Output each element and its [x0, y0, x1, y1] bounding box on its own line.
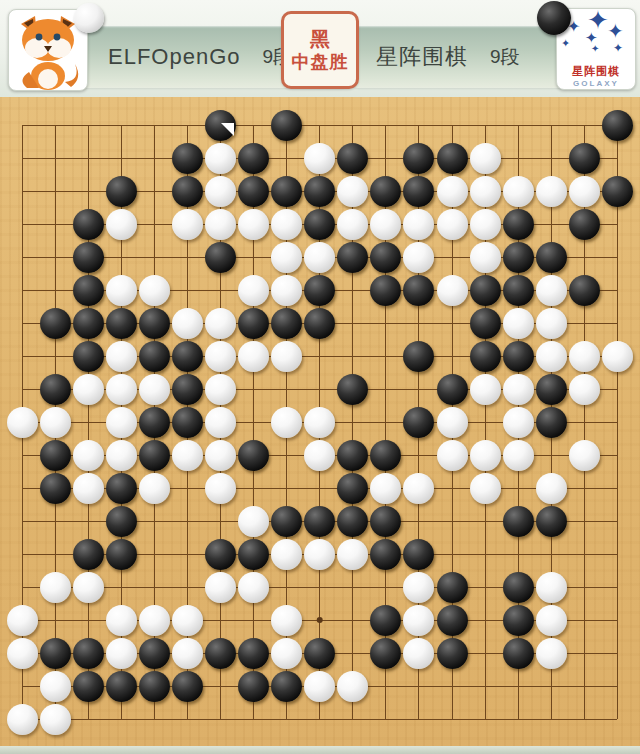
white-stone-c1-r19	[7, 704, 38, 735]
white-stone-c7-r2	[205, 143, 236, 174]
white-stone-c13-r12	[403, 473, 434, 504]
board-bottom-edge	[0, 746, 640, 754]
white-stone-c4-r4	[106, 209, 137, 240]
white-stone-c10-r10	[304, 407, 335, 438]
black-stone-c9-r1	[271, 110, 302, 141]
black-stone-c6-r18	[172, 671, 203, 702]
white-stone-c14-r3	[437, 176, 468, 207]
black-stone-c10-r13	[304, 506, 335, 537]
white-stone-c9-r8	[271, 341, 302, 372]
black-stone-c19-r1	[602, 110, 633, 141]
white-stone-c2-r19	[40, 704, 71, 735]
black-stone-c5-r11	[139, 440, 170, 471]
black-stone-c3-r5	[73, 242, 104, 273]
white-stone-c10-r18	[304, 671, 335, 702]
black-stone-c10-r4	[304, 209, 335, 240]
black-stone-c13-r6	[403, 275, 434, 306]
last-move-triangle-marker	[221, 123, 234, 136]
white-stone-c16-r11	[503, 440, 534, 471]
white-stone-c4-r6	[106, 275, 137, 306]
black-stone-c18-r2	[569, 143, 600, 174]
go-review-screen: ELFOpenGo 9段 星阵围棋 9段	[0, 0, 640, 754]
black-stone-c2-r9	[40, 374, 71, 405]
white-stone-c17-r12	[536, 473, 567, 504]
black-stone-c10-r17	[304, 638, 335, 669]
black-stone-c4-r14	[106, 539, 137, 570]
white-stone-c8-r15	[238, 572, 269, 603]
white-stone-c1-r10	[7, 407, 38, 438]
white-stone-c13-r15	[403, 572, 434, 603]
black-stone-c12-r11	[370, 440, 401, 471]
black-stone-c5-r10	[139, 407, 170, 438]
black-stone-c14-r9	[437, 374, 468, 405]
black-stone-c4-r18	[106, 671, 137, 702]
white-stone-badge	[74, 3, 104, 33]
white-stone-c18-r3	[569, 176, 600, 207]
white-stone-c9-r6	[271, 275, 302, 306]
white-stone-c7-r4	[205, 209, 236, 240]
black-stone-c3-r17	[73, 638, 104, 669]
black-stone-c11-r13	[337, 506, 368, 537]
white-stone-c5-r12	[139, 473, 170, 504]
white-stone-c7-r15	[205, 572, 236, 603]
black-stone-c17-r13	[536, 506, 567, 537]
result-stamp-line2: 中盘胜	[292, 51, 349, 73]
black-stone-c12-r5	[370, 242, 401, 273]
white-stone-c6-r11	[172, 440, 203, 471]
white-stone-c9-r10	[271, 407, 302, 438]
black-stone-c19-r3	[602, 176, 633, 207]
white-stone-c5-r16	[139, 605, 170, 636]
black-stone-c4-r12	[106, 473, 137, 504]
white-stone-c1-r17	[7, 638, 38, 669]
black-stone-c16-r5	[503, 242, 534, 273]
black-stone-c18-r6	[569, 275, 600, 306]
white-stone-c15-r3	[470, 176, 501, 207]
white-stone-c19-r8	[602, 341, 633, 372]
black-stone-c8-r7	[238, 308, 269, 339]
white-stone-c10-r5	[304, 242, 335, 273]
white-stone-c18-r9	[569, 374, 600, 405]
match-header: ELFOpenGo 9段 星阵围棋 9段	[0, 0, 640, 98]
black-stone-c5-r7	[139, 308, 170, 339]
black-stone-c9-r7	[271, 308, 302, 339]
black-stone-c5-r8	[139, 341, 170, 372]
black-stone-c17-r5	[536, 242, 567, 273]
white-stone-c2-r15	[40, 572, 71, 603]
black-stone-c3-r18	[73, 671, 104, 702]
black-stone-c12-r13	[370, 506, 401, 537]
white-stone-c1-r16	[7, 605, 38, 636]
black-stone-c13-r3	[403, 176, 434, 207]
right-player-rank: 9段	[490, 44, 520, 70]
white-stone-c7-r3	[205, 176, 236, 207]
white-stone-c15-r4	[470, 209, 501, 240]
white-stone-c15-r11	[470, 440, 501, 471]
black-stone-c11-r9	[337, 374, 368, 405]
black-stone-c12-r3	[370, 176, 401, 207]
white-stone-c17-r15	[536, 572, 567, 603]
white-stone-c7-r7	[205, 308, 236, 339]
white-stone-c16-r10	[503, 407, 534, 438]
white-stone-c12-r4	[370, 209, 401, 240]
white-stone-c15-r5	[470, 242, 501, 273]
white-stone-c6-r7	[172, 308, 203, 339]
go-board[interactable]	[0, 97, 640, 754]
black-stone-c5-r18	[139, 671, 170, 702]
black-stone-c6-r2	[172, 143, 203, 174]
golaxy-avatar-sublabel: GOLAXY	[557, 79, 635, 88]
white-stone-c10-r11	[304, 440, 335, 471]
black-stone-c8-r11	[238, 440, 269, 471]
white-stone-c14-r4	[437, 209, 468, 240]
white-stone-c9-r14	[271, 539, 302, 570]
black-stone-c16-r16	[503, 605, 534, 636]
white-stone-c15-r12	[470, 473, 501, 504]
black-stone-c5-r17	[139, 638, 170, 669]
black-stone-c14-r15	[437, 572, 468, 603]
white-stone-c8-r8	[238, 341, 269, 372]
white-stone-c4-r8	[106, 341, 137, 372]
white-stone-c7-r11	[205, 440, 236, 471]
black-stone-c4-r3	[106, 176, 137, 207]
white-stone-c3-r12	[73, 473, 104, 504]
black-stone-c9-r18	[271, 671, 302, 702]
black-stone-c16-r4	[503, 209, 534, 240]
black-stone-c3-r4	[73, 209, 104, 240]
black-stone-c11-r2	[337, 143, 368, 174]
white-stone-c3-r15	[73, 572, 104, 603]
white-stone-c16-r9	[503, 374, 534, 405]
white-stone-c7-r9	[205, 374, 236, 405]
black-stone-c16-r6	[503, 275, 534, 306]
result-stamp-line1: 黑	[310, 27, 330, 51]
white-stone-c17-r7	[536, 308, 567, 339]
black-stone-c15-r6	[470, 275, 501, 306]
black-stone-c11-r12	[337, 473, 368, 504]
white-stone-c10-r14	[304, 539, 335, 570]
black-stone-c7-r5	[205, 242, 236, 273]
black-stone-c6-r3	[172, 176, 203, 207]
black-stone-c8-r18	[238, 671, 269, 702]
white-stone-c8-r6	[238, 275, 269, 306]
black-stone-c3-r8	[73, 341, 104, 372]
white-stone-c18-r8	[569, 341, 600, 372]
result-stamp: 黑 中盘胜	[281, 11, 359, 89]
black-stone-c3-r7	[73, 308, 104, 339]
white-stone-c17-r8	[536, 341, 567, 372]
black-stone-c17-r10	[536, 407, 567, 438]
white-stone-c5-r9	[139, 374, 170, 405]
black-stone-c12-r14	[370, 539, 401, 570]
black-stone-c12-r16	[370, 605, 401, 636]
black-stone-c8-r17	[238, 638, 269, 669]
white-stone-c14-r6	[437, 275, 468, 306]
right-player-name: 星阵围棋	[376, 42, 468, 72]
black-stone-c6-r9	[172, 374, 203, 405]
white-stone-c9-r5	[271, 242, 302, 273]
black-stone-c13-r14	[403, 539, 434, 570]
white-stone-c17-r17	[536, 638, 567, 669]
white-stone-c9-r4	[271, 209, 302, 240]
white-stone-c6-r16	[172, 605, 203, 636]
black-stone-c7-r17	[205, 638, 236, 669]
black-stone-c18-r4	[569, 209, 600, 240]
black-stone-c2-r7	[40, 308, 71, 339]
white-stone-c6-r4	[172, 209, 203, 240]
black-stone-c13-r10	[403, 407, 434, 438]
black-stone-c8-r3	[238, 176, 269, 207]
white-stone-c9-r17	[271, 638, 302, 669]
white-stone-c16-r3	[503, 176, 534, 207]
white-stone-c4-r11	[106, 440, 137, 471]
white-stone-c17-r3	[536, 176, 567, 207]
golaxy-avatar-label: 星阵围棋	[557, 64, 635, 79]
white-stone-c4-r10	[106, 407, 137, 438]
white-stone-c3-r9	[73, 374, 104, 405]
black-stone-c9-r13	[271, 506, 302, 537]
black-stone-c2-r17	[40, 638, 71, 669]
black-stone-c16-r13	[503, 506, 534, 537]
white-stone-c7-r10	[205, 407, 236, 438]
black-stone-c16-r8	[503, 341, 534, 372]
white-stone-c3-r11	[73, 440, 104, 471]
white-stone-c2-r18	[40, 671, 71, 702]
black-stone-c9-r3	[271, 176, 302, 207]
black-stone-c10-r3	[304, 176, 335, 207]
black-stone-c13-r2	[403, 143, 434, 174]
white-stone-c4-r9	[106, 374, 137, 405]
white-stone-c9-r16	[271, 605, 302, 636]
black-stone-c6-r10	[172, 407, 203, 438]
white-stone-c12-r12	[370, 473, 401, 504]
white-stone-c11-r14	[337, 539, 368, 570]
white-stone-c17-r6	[536, 275, 567, 306]
white-stone-c7-r12	[205, 473, 236, 504]
white-stone-c6-r17	[172, 638, 203, 669]
black-stone-c2-r12	[40, 473, 71, 504]
black-stone-c4-r7	[106, 308, 137, 339]
black-stone-c2-r11	[40, 440, 71, 471]
white-stone-c18-r11	[569, 440, 600, 471]
white-stone-c4-r16	[106, 605, 137, 636]
white-stone-c14-r11	[437, 440, 468, 471]
white-stone-c5-r6	[139, 275, 170, 306]
white-stone-c10-r2	[304, 143, 335, 174]
black-stone-c17-r9	[536, 374, 567, 405]
black-stone-c14-r2	[437, 143, 468, 174]
white-stone-c11-r4	[337, 209, 368, 240]
black-stone-c3-r6	[73, 275, 104, 306]
black-stone-c16-r15	[503, 572, 534, 603]
left-player-name: ELFOpenGo	[108, 44, 241, 70]
black-stone-c14-r17	[437, 638, 468, 669]
white-stone-c13-r17	[403, 638, 434, 669]
black-stone-badge	[537, 1, 571, 35]
white-stone-c2-r10	[40, 407, 71, 438]
black-stone-c10-r7	[304, 308, 335, 339]
black-stone-c15-r7	[470, 308, 501, 339]
black-stone-c8-r14	[238, 539, 269, 570]
black-stone-c13-r8	[403, 341, 434, 372]
black-stone-c12-r17	[370, 638, 401, 669]
white-stone-c13-r16	[403, 605, 434, 636]
white-stone-c11-r3	[337, 176, 368, 207]
black-stone-c7-r1	[205, 110, 236, 141]
white-stone-c8-r4	[238, 209, 269, 240]
black-stone-c4-r13	[106, 506, 137, 537]
white-stone-c15-r2	[470, 143, 501, 174]
white-stone-c8-r13	[238, 506, 269, 537]
white-stone-c16-r7	[503, 308, 534, 339]
black-stone-c10-r6	[304, 275, 335, 306]
white-stone-c17-r16	[536, 605, 567, 636]
black-stone-c15-r8	[470, 341, 501, 372]
white-stone-c13-r5	[403, 242, 434, 273]
black-stone-c11-r5	[337, 242, 368, 273]
white-stone-c7-r8	[205, 341, 236, 372]
black-stone-c14-r16	[437, 605, 468, 636]
black-stone-c16-r17	[503, 638, 534, 669]
black-stone-c3-r14	[73, 539, 104, 570]
white-stone-c14-r10	[437, 407, 468, 438]
white-stone-c11-r18	[337, 671, 368, 702]
black-stone-c8-r2	[238, 143, 269, 174]
black-stone-c11-r11	[337, 440, 368, 471]
white-stone-c15-r9	[470, 374, 501, 405]
white-stone-c13-r4	[403, 209, 434, 240]
black-stone-c6-r8	[172, 341, 203, 372]
white-stone-c4-r17	[106, 638, 137, 669]
black-stone-c7-r14	[205, 539, 236, 570]
black-stone-c12-r6	[370, 275, 401, 306]
